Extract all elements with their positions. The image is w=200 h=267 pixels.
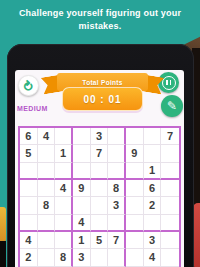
sudoku-cell-r2c6[interactable]: [108, 145, 126, 162]
banner-caption: Challenge yourself figuring out your mis…: [0, 7, 200, 33]
sudoku-cell-r3c3[interactable]: [55, 163, 73, 180]
sudoku-cell-r8c7[interactable]: [126, 249, 144, 266]
pencil-icon: ✎: [167, 100, 177, 112]
sudoku-cell-r3c6[interactable]: [108, 163, 126, 180]
tablet: ⟳ Total Points 00 : 01 ✎ MEDIUM 64375179…: [7, 44, 194, 267]
sudoku-cell-r5c4[interactable]: [73, 197, 91, 214]
sudoku-cell-r1c1[interactable]: 6: [20, 128, 38, 145]
red-desk-object: [193, 203, 200, 267]
sudoku-cell-r7c7[interactable]: [126, 232, 144, 249]
sudoku-cell-r8c3[interactable]: 8: [55, 249, 73, 266]
sudoku-cell-r6c6[interactable]: [108, 215, 126, 232]
sudoku-cell-r2c5[interactable]: 7: [91, 145, 109, 162]
sudoku-cell-r6c4[interactable]: 4: [73, 215, 91, 232]
sudoku-cell-r3c8[interactable]: 1: [144, 163, 162, 180]
sudoku-cell-r7c2[interactable]: [38, 232, 56, 249]
sudoku-cell-r3c7[interactable]: [126, 163, 144, 180]
pause-icon: [162, 76, 176, 90]
restart-icon: ⟳: [22, 80, 35, 91]
sudoku-cell-r7c9[interactable]: [161, 232, 179, 249]
sudoku-cell-r5c7[interactable]: [126, 197, 144, 214]
pause-button[interactable]: [158, 72, 179, 93]
sudoku-cell-r7c3[interactable]: [55, 232, 73, 249]
sudoku-cell-r7c4[interactable]: 1: [73, 232, 91, 249]
sudoku-cell-r2c9[interactable]: [161, 145, 179, 162]
sudoku-cell-r3c2[interactable]: [38, 163, 56, 180]
difficulty-label: MEDIUM: [17, 105, 48, 112]
sudoku-cell-r8c2[interactable]: [38, 249, 56, 266]
sudoku-cell-r5c5[interactable]: [91, 197, 109, 214]
sudoku-cell-r4c6[interactable]: 8: [108, 180, 126, 197]
yellow-desk-object: [0, 207, 6, 242]
sudoku-cell-r4c2[interactable]: [38, 180, 56, 197]
sudoku-cell-r1c5[interactable]: 3: [91, 128, 109, 145]
sudoku-cell-r1c4[interactable]: [73, 128, 91, 145]
sudoku-cell-r2c1[interactable]: 5: [20, 145, 38, 162]
sudoku-cell-r6c7[interactable]: [126, 215, 144, 232]
sudoku-cell-r7c5[interactable]: 5: [91, 232, 109, 249]
sudoku-cell-r6c9[interactable]: [161, 215, 179, 232]
sudoku-cell-r1c3[interactable]: [55, 128, 73, 145]
sudoku-cell-r6c2[interactable]: [38, 215, 56, 232]
sudoku-cell-r7c8[interactable]: 3: [144, 232, 162, 249]
game-screen: ⟳ Total Points 00 : 01 ✎ MEDIUM 64375179…: [15, 70, 184, 267]
sudoku-cell-r2c3[interactable]: 1: [55, 145, 73, 162]
sudoku-cell-r6c5[interactable]: [91, 215, 109, 232]
sudoku-cell-r4c7[interactable]: [126, 180, 144, 197]
sudoku-cell-r5c9[interactable]: [161, 197, 179, 214]
sudoku-cell-r8c4[interactable]: 3: [73, 249, 91, 266]
sudoku-grid: 64375179149868324415732834: [18, 126, 181, 267]
score-ribbon-label: Total Points: [82, 79, 122, 86]
sudoku-cell-r6c1[interactable]: [20, 215, 38, 232]
timer-value: 00 : 01: [83, 94, 121, 105]
sudoku-cell-r7c1[interactable]: 4: [20, 232, 38, 249]
sudoku-cell-r2c2[interactable]: [38, 145, 56, 162]
sudoku-cell-r3c1[interactable]: [20, 163, 38, 180]
sudoku-cell-r5c6[interactable]: 3: [108, 197, 126, 214]
sudoku-cell-r8c1[interactable]: 2: [20, 249, 38, 266]
sudoku-cell-r4c5[interactable]: [91, 180, 109, 197]
pencil-button[interactable]: ✎: [161, 95, 183, 117]
sudoku-cell-r2c4[interactable]: [73, 145, 91, 162]
timer-display: 00 : 01: [62, 87, 143, 111]
sudoku-cell-r3c4[interactable]: [73, 163, 91, 180]
sudoku-cell-r1c9[interactable]: 7: [161, 128, 179, 145]
sudoku-cell-r3c5[interactable]: [91, 163, 109, 180]
sudoku-cell-r6c3[interactable]: [55, 215, 73, 232]
sudoku-cell-r1c2[interactable]: 4: [38, 128, 56, 145]
sudoku-cell-r1c7[interactable]: [126, 128, 144, 145]
restart-button[interactable]: ⟳: [18, 75, 39, 96]
sudoku-cell-r1c8[interactable]: [144, 128, 162, 145]
sudoku-cell-r4c9[interactable]: [161, 180, 179, 197]
sudoku-cell-r8c6[interactable]: [108, 249, 126, 266]
sudoku-cell-r4c4[interactable]: 9: [73, 180, 91, 197]
sudoku-cell-r1c6[interactable]: [108, 128, 126, 145]
desk-background-left: [0, 241, 6, 267]
sudoku-cell-r7c6[interactable]: 7: [108, 232, 126, 249]
caption-line-1: Challenge yourself figuring out your: [0, 7, 200, 20]
sudoku-cell-r4c8[interactable]: 6: [144, 180, 162, 197]
sudoku-cell-r8c5[interactable]: [91, 249, 109, 266]
sudoku-cell-r5c2[interactable]: 8: [38, 197, 56, 214]
sudoku-cell-r4c1[interactable]: [20, 180, 38, 197]
caption-line-2: mistakes.: [0, 20, 200, 33]
sudoku-cell-r3c9[interactable]: [161, 163, 179, 180]
sudoku-cell-r2c7[interactable]: 9: [126, 145, 144, 162]
sudoku-cell-r8c8[interactable]: 4: [144, 249, 162, 266]
sudoku-cell-r5c1[interactable]: [20, 197, 38, 214]
sudoku-cell-r5c3[interactable]: [55, 197, 73, 214]
sudoku-cell-r2c8[interactable]: [144, 145, 162, 162]
sudoku-cell-r8c9[interactable]: [161, 249, 179, 266]
sudoku-cell-r6c8[interactable]: [144, 215, 162, 232]
sudoku-cell-r4c3[interactable]: 4: [55, 180, 73, 197]
sudoku-cell-r5c8[interactable]: 2: [144, 197, 162, 214]
